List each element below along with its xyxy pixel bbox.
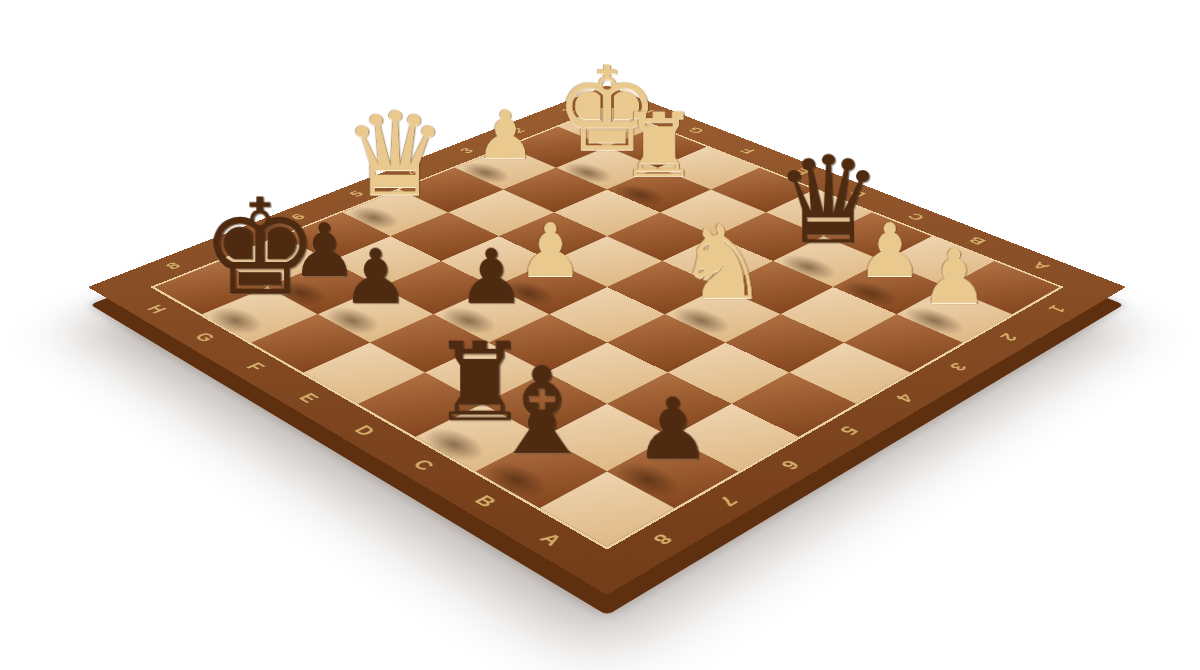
piece-black-king[interactable]: ♚ <box>200 181 319 314</box>
piece-black-pawn[interactable]: ♟ <box>634 386 711 472</box>
photo-stage: HGFEDCBA HGFEDCBA 12345678 12345678 ♚♜♛♟… <box>0 0 1200 670</box>
board-frame: HGFEDCBA HGFEDCBA 12345678 12345678 ♚♜♛♟… <box>88 85 1126 594</box>
piece-white-pawn[interactable]: ♟ <box>517 213 583 287</box>
piece-white-pawn[interactable]: ♟ <box>920 238 988 314</box>
piece-black-bishop[interactable]: ♝ <box>488 351 596 471</box>
playing-field: ♚♜♛♟♟♟♞♛♟♟♟♟♟♚♜♝ <box>150 106 1064 550</box>
piece-black-pawn[interactable]: ♟ <box>457 238 525 314</box>
piece-black-pawn[interactable]: ♟ <box>342 238 410 314</box>
chess-board: HGFEDCBA HGFEDCBA 12345678 12345678 ♚♜♛♟… <box>88 85 1126 594</box>
piece-white-pawn[interactable]: ♟ <box>857 213 923 287</box>
piece-white-knight[interactable]: ♞ <box>677 212 769 314</box>
